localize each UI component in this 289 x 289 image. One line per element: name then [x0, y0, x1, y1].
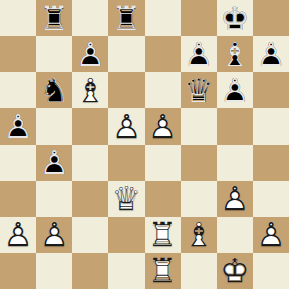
square-e4[interactable] — [145, 145, 181, 181]
square-h2[interactable]: ♟♙ — [253, 217, 289, 253]
white-king-outline-icon: ♔ — [217, 253, 253, 289]
black-knight-outline-icon: ♘ — [36, 72, 72, 108]
square-a4[interactable] — [0, 145, 36, 181]
black-pawn-outline-icon: ♙ — [217, 72, 253, 108]
square-h3[interactable] — [253, 181, 289, 217]
square-d5[interactable]: ♟♙ — [108, 108, 144, 144]
square-b4[interactable]: ♟♙ — [36, 145, 72, 181]
piece-black-pawn[interactable]: ♟♙ — [253, 36, 289, 72]
black-pawn-outline-icon: ♙ — [253, 36, 289, 72]
square-g1[interactable]: ♚♔ — [217, 253, 253, 289]
square-b3[interactable] — [36, 181, 72, 217]
square-c7[interactable]: ♟♙ — [72, 36, 108, 72]
square-e5[interactable]: ♟♙ — [145, 108, 181, 144]
square-e3[interactable] — [145, 181, 181, 217]
square-g2[interactable] — [217, 217, 253, 253]
square-c3[interactable] — [72, 181, 108, 217]
square-f7[interactable]: ♟♙ — [181, 36, 217, 72]
square-c8[interactable] — [72, 0, 108, 36]
white-bishop-outline-icon: ♗ — [72, 72, 108, 108]
piece-white-pawn[interactable]: ♟♙ — [36, 217, 72, 253]
white-pawn-outline-icon: ♙ — [217, 181, 253, 217]
square-c2[interactable] — [72, 217, 108, 253]
square-f2[interactable]: ♝♗ — [181, 217, 217, 253]
square-c5[interactable] — [72, 108, 108, 144]
piece-white-pawn[interactable]: ♟♙ — [253, 217, 289, 253]
square-h6[interactable] — [253, 72, 289, 108]
square-f1[interactable] — [181, 253, 217, 289]
square-d6[interactable] — [108, 72, 144, 108]
square-g8[interactable]: ♚♔ — [217, 0, 253, 36]
black-king-outline-icon: ♔ — [217, 0, 253, 36]
square-e6[interactable] — [145, 72, 181, 108]
black-pawn-outline-icon: ♙ — [36, 145, 72, 181]
square-f8[interactable] — [181, 0, 217, 36]
piece-white-rook[interactable]: ♜♖ — [145, 253, 181, 289]
piece-black-queen[interactable]: ♛♕ — [181, 72, 217, 108]
square-g6[interactable]: ♟♙ — [217, 72, 253, 108]
square-a5[interactable]: ♟♙ — [0, 108, 36, 144]
square-d3[interactable]: ♛♕ — [108, 181, 144, 217]
piece-white-bishop[interactable]: ♝♗ — [181, 217, 217, 253]
black-rook-outline-icon: ♖ — [36, 0, 72, 36]
square-h1[interactable] — [253, 253, 289, 289]
square-e8[interactable] — [145, 0, 181, 36]
white-rook-outline-icon: ♖ — [145, 217, 181, 253]
square-f4[interactable] — [181, 145, 217, 181]
square-a3[interactable] — [0, 181, 36, 217]
square-e7[interactable] — [145, 36, 181, 72]
piece-white-pawn[interactable]: ♟♙ — [145, 108, 181, 144]
white-pawn-outline-icon: ♙ — [145, 108, 181, 144]
square-a8[interactable] — [0, 0, 36, 36]
square-a2[interactable]: ♟♙ — [0, 217, 36, 253]
square-a6[interactable] — [0, 72, 36, 108]
square-e2[interactable]: ♜♖ — [145, 217, 181, 253]
square-g5[interactable] — [217, 108, 253, 144]
black-bishop-outline-icon: ♗ — [217, 36, 253, 72]
piece-black-king[interactable]: ♚♔ — [217, 0, 253, 36]
square-h8[interactable] — [253, 0, 289, 36]
white-pawn-outline-icon: ♙ — [108, 108, 144, 144]
square-h4[interactable] — [253, 145, 289, 181]
piece-white-pawn[interactable]: ♟♙ — [0, 217, 36, 253]
square-h7[interactable]: ♟♙ — [253, 36, 289, 72]
square-d7[interactable] — [108, 36, 144, 72]
piece-black-pawn[interactable]: ♟♙ — [217, 72, 253, 108]
black-pawn-outline-icon: ♙ — [0, 108, 36, 144]
white-pawn-outline-icon: ♙ — [36, 217, 72, 253]
square-g7[interactable]: ♝♗ — [217, 36, 253, 72]
square-f6[interactable]: ♛♕ — [181, 72, 217, 108]
piece-black-knight[interactable]: ♞♘ — [36, 72, 72, 108]
square-f3[interactable] — [181, 181, 217, 217]
square-d8[interactable]: ♜♖ — [108, 0, 144, 36]
square-f5[interactable] — [181, 108, 217, 144]
square-c1[interactable] — [72, 253, 108, 289]
piece-black-pawn[interactable]: ♟♙ — [36, 145, 72, 181]
piece-black-bishop[interactable]: ♝♗ — [217, 36, 253, 72]
square-d1[interactable] — [108, 253, 144, 289]
piece-black-rook[interactable]: ♜♖ — [36, 0, 72, 36]
black-queen-outline-icon: ♕ — [181, 72, 217, 108]
square-g3[interactable]: ♟♙ — [217, 181, 253, 217]
piece-black-pawn[interactable]: ♟♙ — [181, 36, 217, 72]
square-a7[interactable] — [0, 36, 36, 72]
square-c6[interactable]: ♝♗ — [72, 72, 108, 108]
piece-black-rook[interactable]: ♜♖ — [108, 0, 144, 36]
square-b1[interactable] — [36, 253, 72, 289]
square-b8[interactable]: ♜♖ — [36, 0, 72, 36]
piece-black-pawn[interactable]: ♟♙ — [72, 36, 108, 72]
square-c4[interactable] — [72, 145, 108, 181]
chess-board: ♜♖♜♖♚♔♟♙♟♙♝♗♟♙♞♘♝♗♛♕♟♙♟♙♟♙♟♙♟♙♛♕♟♙♟♙♟♙♜♖… — [0, 0, 289, 289]
white-pawn-outline-icon: ♙ — [253, 217, 289, 253]
piece-white-queen[interactable]: ♛♕ — [108, 181, 144, 217]
square-g4[interactable] — [217, 145, 253, 181]
piece-black-pawn[interactable]: ♟♙ — [0, 108, 36, 144]
piece-white-king[interactable]: ♚♔ — [217, 253, 253, 289]
black-pawn-outline-icon: ♙ — [181, 36, 217, 72]
square-b7[interactable] — [36, 36, 72, 72]
piece-white-rook[interactable]: ♜♖ — [145, 217, 181, 253]
square-b6[interactable]: ♞♘ — [36, 72, 72, 108]
square-d4[interactable] — [108, 145, 144, 181]
piece-white-pawn[interactable]: ♟♙ — [108, 108, 144, 144]
white-rook-outline-icon: ♖ — [145, 253, 181, 289]
piece-white-pawn[interactable]: ♟♙ — [217, 181, 253, 217]
white-bishop-outline-icon: ♗ — [181, 217, 217, 253]
square-b2[interactable]: ♟♙ — [36, 217, 72, 253]
black-pawn-outline-icon: ♙ — [72, 36, 108, 72]
white-queen-outline-icon: ♕ — [108, 181, 144, 217]
square-d2[interactable] — [108, 217, 144, 253]
square-a1[interactable] — [0, 253, 36, 289]
square-b5[interactable] — [36, 108, 72, 144]
square-h5[interactable] — [253, 108, 289, 144]
white-pawn-outline-icon: ♙ — [0, 217, 36, 253]
square-e1[interactable]: ♜♖ — [145, 253, 181, 289]
piece-white-bishop[interactable]: ♝♗ — [72, 72, 108, 108]
black-rook-outline-icon: ♖ — [108, 0, 144, 36]
